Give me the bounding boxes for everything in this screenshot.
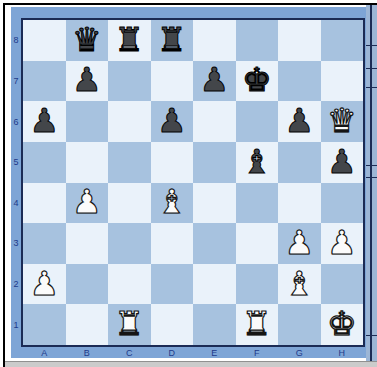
white-queen-h6[interactable]: ♛ — [327, 104, 357, 137]
square-g1[interactable] — [278, 304, 321, 345]
square-c4[interactable] — [108, 183, 151, 224]
square-d2[interactable] — [151, 264, 194, 305]
white-pawn-a2[interactable]: ♟ — [29, 267, 59, 300]
bottom-panel-edge — [5, 361, 377, 367]
square-d1[interactable] — [151, 304, 194, 345]
white-pawn-b4[interactable]: ♟ — [72, 185, 102, 218]
square-f7[interactable]: ♚ — [236, 61, 279, 102]
file-label-c: C — [108, 347, 151, 358]
window-border-top — [3, 3, 377, 5]
square-f6[interactable] — [236, 101, 279, 142]
black-rook-d8[interactable]: ♜ — [157, 23, 187, 56]
square-b5[interactable] — [66, 142, 109, 183]
rank-label-8: 8 — [11, 20, 21, 61]
square-a7[interactable] — [23, 61, 66, 102]
square-h7[interactable] — [321, 61, 364, 102]
black-pawn-a6[interactable]: ♟ — [29, 104, 59, 137]
square-f8[interactable] — [236, 20, 279, 61]
white-pawn-g3[interactable]: ♟ — [284, 226, 314, 259]
square-h8[interactable] — [321, 20, 364, 61]
rank-label-5: 5 — [11, 142, 21, 183]
rank-label-2: 2 — [11, 264, 21, 305]
black-pawn-g6[interactable]: ♟ — [284, 104, 314, 137]
rank-labels: 87654321 — [11, 20, 21, 345]
square-b3[interactable] — [66, 223, 109, 264]
square-f3[interactable] — [236, 223, 279, 264]
square-f5[interactable]: ♝ — [236, 142, 279, 183]
file-label-a: A — [23, 347, 66, 358]
black-pawn-d6[interactable]: ♟ — [157, 104, 187, 137]
white-king-h1[interactable]: ♚ — [327, 307, 357, 340]
white-bishop-d4[interactable]: ♝ — [157, 185, 187, 218]
square-b7[interactable]: ♟ — [66, 61, 109, 102]
square-e5[interactable] — [193, 142, 236, 183]
board-border: ♛♜♜♟♟♚♟♟♟♛♝♟♟♝♟♟♟♝♜♜♚ — [21, 18, 365, 347]
white-rook-c1[interactable]: ♜ — [114, 307, 144, 340]
background-row-divider — [366, 45, 377, 46]
square-b8[interactable]: ♛ — [66, 20, 109, 61]
file-labels: ABCDEFGH — [23, 347, 363, 358]
square-a2[interactable]: ♟ — [23, 264, 66, 305]
square-d7[interactable] — [151, 61, 194, 102]
rank-label-6: 6 — [11, 101, 21, 142]
square-d6[interactable]: ♟ — [151, 101, 194, 142]
black-pawn-b7[interactable]: ♟ — [72, 63, 102, 96]
file-label-h: H — [321, 347, 364, 358]
square-g8[interactable] — [278, 20, 321, 61]
square-a3[interactable] — [23, 223, 66, 264]
square-a4[interactable] — [23, 183, 66, 224]
square-a8[interactable] — [23, 20, 66, 61]
square-d8[interactable]: ♜ — [151, 20, 194, 61]
black-king-f7[interactable]: ♚ — [242, 63, 272, 96]
background-panel-sliver — [366, 5, 377, 361]
square-e7[interactable]: ♟ — [193, 61, 236, 102]
square-f2[interactable] — [236, 264, 279, 305]
square-c1[interactable]: ♜ — [108, 304, 151, 345]
square-c7[interactable] — [108, 61, 151, 102]
background-row-divider — [366, 335, 377, 336]
square-b2[interactable] — [66, 264, 109, 305]
white-pawn-h3[interactable]: ♟ — [327, 226, 357, 259]
square-c8[interactable]: ♜ — [108, 20, 151, 61]
square-b6[interactable] — [66, 101, 109, 142]
background-row-divider — [366, 165, 377, 166]
square-d3[interactable] — [151, 223, 194, 264]
square-g3[interactable]: ♟ — [278, 223, 321, 264]
square-h2[interactable] — [321, 264, 364, 305]
file-label-e: E — [193, 347, 236, 358]
rank-label-4: 4 — [11, 183, 21, 224]
square-d4[interactable]: ♝ — [151, 183, 194, 224]
square-a6[interactable]: ♟ — [23, 101, 66, 142]
square-c5[interactable] — [108, 142, 151, 183]
rank-label-3: 3 — [11, 223, 21, 264]
square-g6[interactable]: ♟ — [278, 101, 321, 142]
square-f1[interactable]: ♜ — [236, 304, 279, 345]
square-f4[interactable] — [236, 183, 279, 224]
square-b4[interactable]: ♟ — [66, 183, 109, 224]
square-d5[interactable] — [151, 142, 194, 183]
background-row-divider — [366, 68, 377, 69]
square-g7[interactable] — [278, 61, 321, 102]
square-c3[interactable] — [108, 223, 151, 264]
file-label-d: D — [151, 347, 194, 358]
square-c6[interactable] — [108, 101, 151, 142]
black-rook-c8[interactable]: ♜ — [114, 23, 144, 56]
square-c2[interactable] — [108, 264, 151, 305]
square-h4[interactable] — [321, 183, 364, 224]
background-row-divider — [366, 177, 377, 178]
background-panel-edge — [370, 5, 372, 361]
background-row-divider — [366, 87, 377, 88]
square-e8[interactable] — [193, 20, 236, 61]
screen: 87654321 ABCDEFGH ♛♜♜♟♟♚♟♟♟♛♝♟♟♝♟♟♟♝♜♜♚ — [0, 0, 377, 367]
white-rook-f1[interactable]: ♜ — [242, 307, 272, 340]
square-g5[interactable] — [278, 142, 321, 183]
black-pawn-h5[interactable]: ♟ — [327, 145, 357, 178]
square-e4[interactable] — [193, 183, 236, 224]
black-bishop-f5[interactable]: ♝ — [242, 145, 272, 178]
rank-label-7: 7 — [11, 61, 21, 102]
square-e1[interactable] — [193, 304, 236, 345]
square-e6[interactable] — [193, 101, 236, 142]
black-pawn-e7[interactable]: ♟ — [199, 63, 229, 96]
white-bishop-g2[interactable]: ♝ — [284, 267, 314, 300]
file-label-g: G — [278, 347, 321, 358]
square-h6[interactable]: ♛ — [321, 101, 364, 142]
square-h3[interactable]: ♟ — [321, 223, 364, 264]
file-label-b: B — [66, 347, 109, 358]
square-a1[interactable] — [23, 304, 66, 345]
file-label-f: F — [236, 347, 279, 358]
square-g4[interactable] — [278, 183, 321, 224]
square-g2[interactable]: ♝ — [278, 264, 321, 305]
square-e2[interactable] — [193, 264, 236, 305]
board-squares: ♛♜♜♟♟♚♟♟♟♛♝♟♟♝♟♟♟♝♜♜♚ — [23, 20, 363, 345]
square-h1[interactable]: ♚ — [321, 304, 364, 345]
square-e3[interactable] — [193, 223, 236, 264]
square-a5[interactable] — [23, 142, 66, 183]
square-h5[interactable]: ♟ — [321, 142, 364, 183]
rank-label-1: 1 — [11, 304, 21, 345]
chess-board-frame: 87654321 ABCDEFGH ♛♜♜♟♟♚♟♟♟♛♝♟♟♝♟♟♟♝♜♜♚ — [11, 7, 366, 358]
window-border-left — [3, 3, 5, 367]
black-queen-b8[interactable]: ♛ — [72, 23, 102, 56]
square-b1[interactable] — [66, 304, 109, 345]
